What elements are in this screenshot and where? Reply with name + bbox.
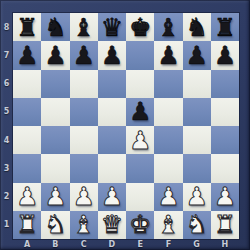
square-b4[interactable] <box>41 126 69 154</box>
square-b3[interactable] <box>41 154 69 182</box>
white-king-piece[interactable]: ♚ <box>129 212 151 237</box>
file-label-b: B <box>41 239 69 250</box>
square-g7[interactable]: ♟ <box>183 41 211 69</box>
square-b8[interactable]: ♞ <box>41 13 69 41</box>
white-pawn-piece[interactable]: ♟ <box>129 128 151 153</box>
square-d4[interactable] <box>98 126 126 154</box>
square-e2[interactable] <box>126 183 154 211</box>
square-c7[interactable]: ♟ <box>70 41 98 69</box>
square-g8[interactable]: ♞ <box>183 13 211 41</box>
file-label-g: G <box>183 239 211 250</box>
square-c6[interactable] <box>70 70 98 98</box>
square-e5[interactable]: ♟ <box>126 98 154 126</box>
square-h4[interactable] <box>211 126 239 154</box>
file-label-d: D <box>98 239 126 250</box>
square-h3[interactable] <box>211 154 239 182</box>
square-c1[interactable]: ♝ <box>70 211 98 239</box>
black-bishop-piece[interactable]: ♝ <box>72 15 94 40</box>
rank-label-2: 2 <box>0 183 13 211</box>
rank-label-6: 6 <box>0 70 13 98</box>
white-knight-piece[interactable]: ♞ <box>185 212 207 237</box>
square-b7[interactable]: ♟ <box>41 41 69 69</box>
white-pawn-piece[interactable]: ♟ <box>157 184 179 209</box>
square-f8[interactable]: ♝ <box>154 13 182 41</box>
black-pawn-piece[interactable]: ♟ <box>129 99 151 124</box>
square-c8[interactable]: ♝ <box>70 13 98 41</box>
white-bishop-piece[interactable]: ♝ <box>157 212 179 237</box>
black-rook-piece[interactable]: ♜ <box>214 15 236 40</box>
square-d1[interactable]: ♛ <box>98 211 126 239</box>
white-queen-piece[interactable]: ♛ <box>101 212 123 237</box>
chess-board-widget: 87654321 ♜♞♝♛♚♝♞♜♟♟♟♟♟♟♟♟♟♟♟♟♟♟♟♟♜♞♝♛♚♝♞… <box>0 0 250 250</box>
rank-label-4: 4 <box>0 126 13 154</box>
square-e8[interactable]: ♚ <box>126 13 154 41</box>
square-c3[interactable] <box>70 154 98 182</box>
square-a3[interactable] <box>13 154 41 182</box>
square-c4[interactable] <box>70 126 98 154</box>
square-f1[interactable]: ♝ <box>154 211 182 239</box>
black-bishop-piece[interactable]: ♝ <box>157 15 179 40</box>
black-pawn-piece[interactable]: ♟ <box>185 43 207 68</box>
file-label-e: E <box>126 239 154 250</box>
square-b2[interactable]: ♟ <box>41 183 69 211</box>
square-g5[interactable] <box>183 98 211 126</box>
rank-label-8: 8 <box>0 13 13 41</box>
square-c2[interactable]: ♟ <box>70 183 98 211</box>
square-f2[interactable]: ♟ <box>154 183 182 211</box>
square-a5[interactable] <box>13 98 41 126</box>
square-h7[interactable]: ♟ <box>211 41 239 69</box>
square-a8[interactable]: ♜ <box>13 13 41 41</box>
square-g4[interactable] <box>183 126 211 154</box>
black-knight-piece[interactable]: ♞ <box>44 15 66 40</box>
black-pawn-piece[interactable]: ♟ <box>44 43 66 68</box>
black-rook-piece[interactable]: ♜ <box>16 15 38 40</box>
square-d5[interactable] <box>98 98 126 126</box>
white-bishop-piece[interactable]: ♝ <box>72 212 94 237</box>
chess-board: ♜♞♝♛♚♝♞♜♟♟♟♟♟♟♟♟♟♟♟♟♟♟♟♟♜♞♝♛♚♝♞♜ <box>13 13 239 239</box>
black-knight-piece[interactable]: ♞ <box>185 15 207 40</box>
square-a2[interactable]: ♟ <box>13 183 41 211</box>
square-d6[interactable] <box>98 70 126 98</box>
white-pawn-piece[interactable]: ♟ <box>44 184 66 209</box>
square-e1[interactable]: ♚ <box>126 211 154 239</box>
white-pawn-piece[interactable]: ♟ <box>214 184 236 209</box>
square-b6[interactable] <box>41 70 69 98</box>
square-d7[interactable]: ♟ <box>98 41 126 69</box>
square-a6[interactable] <box>13 70 41 98</box>
white-pawn-piece[interactable]: ♟ <box>72 184 94 209</box>
square-h1[interactable]: ♜ <box>211 211 239 239</box>
square-f7[interactable]: ♟ <box>154 41 182 69</box>
square-g1[interactable]: ♞ <box>183 211 211 239</box>
black-pawn-piece[interactable]: ♟ <box>16 43 38 68</box>
square-b5[interactable] <box>41 98 69 126</box>
square-d8[interactable]: ♛ <box>98 13 126 41</box>
square-g2[interactable]: ♟ <box>183 183 211 211</box>
rank-label-3: 3 <box>0 154 13 182</box>
square-f3[interactable] <box>154 154 182 182</box>
square-f4[interactable] <box>154 126 182 154</box>
square-g3[interactable] <box>183 154 211 182</box>
black-pawn-piece[interactable]: ♟ <box>72 43 94 68</box>
file-label-c: C <box>70 239 98 250</box>
white-pawn-piece[interactable]: ♟ <box>185 184 207 209</box>
white-pawn-piece[interactable]: ♟ <box>16 184 38 209</box>
rank-labels: 87654321 <box>0 13 13 239</box>
square-h6[interactable] <box>211 70 239 98</box>
rank-label-7: 7 <box>0 41 13 69</box>
square-h5[interactable] <box>211 98 239 126</box>
square-e3[interactable] <box>126 154 154 182</box>
square-f5[interactable] <box>154 98 182 126</box>
square-d2[interactable]: ♟ <box>98 183 126 211</box>
white-knight-piece[interactable]: ♞ <box>44 212 66 237</box>
square-a4[interactable] <box>13 126 41 154</box>
square-c5[interactable] <box>70 98 98 126</box>
file-labels: ABCDEFGH <box>13 239 239 250</box>
square-e7[interactable] <box>126 41 154 69</box>
file-label-f: F <box>154 239 182 250</box>
black-queen-piece[interactable]: ♛ <box>101 15 123 40</box>
white-pawn-piece[interactable]: ♟ <box>101 184 123 209</box>
black-pawn-piece[interactable]: ♟ <box>101 43 123 68</box>
square-e6[interactable] <box>126 70 154 98</box>
black-pawn-piece[interactable]: ♟ <box>214 43 236 68</box>
square-a1[interactable]: ♜ <box>13 211 41 239</box>
square-b1[interactable]: ♞ <box>41 211 69 239</box>
black-king-piece[interactable]: ♚ <box>129 15 151 40</box>
file-label-h: H <box>211 239 239 250</box>
white-rook-piece[interactable]: ♜ <box>16 212 38 237</box>
file-label-a: A <box>13 239 41 250</box>
square-d3[interactable] <box>98 154 126 182</box>
square-h8[interactable]: ♜ <box>211 13 239 41</box>
black-pawn-piece[interactable]: ♟ <box>157 43 179 68</box>
square-h2[interactable]: ♟ <box>211 183 239 211</box>
square-a7[interactable]: ♟ <box>13 41 41 69</box>
rank-label-1: 1 <box>0 211 13 239</box>
square-g6[interactable] <box>183 70 211 98</box>
square-e4[interactable]: ♟ <box>126 126 154 154</box>
rank-label-5: 5 <box>0 98 13 126</box>
square-f6[interactable] <box>154 70 182 98</box>
white-rook-piece[interactable]: ♜ <box>214 212 236 237</box>
